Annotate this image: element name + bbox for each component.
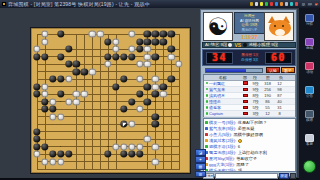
star-point <box>60 146 62 148</box>
white-stone <box>104 60 111 67</box>
black-stone <box>152 120 159 127</box>
black-stone <box>57 53 64 60</box>
black-stone <box>57 90 64 97</box>
vs-label: VS <box>234 42 241 48</box>
right-clock: 60 <box>265 52 292 64</box>
rail-label: 对弈 <box>299 22 320 27</box>
chat-message: 顶 <box>238 168 242 172</box>
tray-icon[interactable] <box>295 2 299 6</box>
observer-cell: 55 <box>262 105 274 110</box>
left-clock: 34 <box>206 52 233 64</box>
left-player-name: AI·绝艺 9段 <box>205 42 227 47</box>
smiley-emoji-icon <box>238 139 242 143</box>
black-stone <box>33 90 40 97</box>
white-stone <box>144 53 151 60</box>
white-stone <box>120 143 127 150</box>
star-point <box>154 101 156 103</box>
online-dot-icon <box>206 100 209 103</box>
black-stone-icon <box>243 43 247 47</box>
go-board[interactable] <box>30 27 191 174</box>
rail-icon[interactable] <box>305 62 314 70</box>
rail-item-商城[interactable]: 商城 <box>299 38 320 51</box>
white-stone <box>96 30 103 37</box>
black-stone <box>65 60 72 67</box>
chat-input-row: 所有▾ 发送 <box>203 173 296 180</box>
observer-cell: 31 <box>274 105 286 110</box>
observer-cell: 256 <box>262 87 274 92</box>
progress-fill <box>206 69 246 72</box>
black-stone <box>144 83 151 90</box>
black-stone <box>120 53 127 60</box>
chat-message: 6 <box>238 144 240 149</box>
chat-username[interactable]: 紫气东来(9段): <box>209 126 236 131</box>
tray-icon[interactable] <box>290 2 294 6</box>
observer-row[interactable]: Captain3段128 <box>204 111 295 117</box>
black-stone <box>104 150 111 157</box>
game-info-box: 对局室AI 邀请对局让先·19路黑贴3¾子 <box>234 12 265 34</box>
observer-name[interactable]: 一剑飘红 <box>209 81 243 86</box>
observer-cell: 3段 <box>250 111 262 116</box>
white-stone <box>152 143 159 150</box>
chat-input[interactable] <box>215 173 278 179</box>
shortcut-rail: 对弈商城活动公告棋谱客服 <box>299 8 320 180</box>
titlebar-tray-icons <box>250 2 299 6</box>
white-stone <box>49 98 56 105</box>
mini-toolbar-button[interactable]: ◪ <box>195 149 206 156</box>
observer-col-header[interactable]: 国 <box>242 75 249 80</box>
board-grid[interactable] <box>37 34 180 170</box>
white-stone <box>57 113 64 120</box>
white-stone <box>152 83 159 90</box>
observer-cell: 9段 <box>250 81 262 86</box>
tray-icon[interactable] <box>250 2 254 6</box>
white-stone <box>144 45 151 52</box>
send-button[interactable]: 发送 <box>279 173 289 179</box>
clock-panel: 34 黑保留 1次 白保留 3次 60 <box>202 49 296 66</box>
white-stone <box>41 83 48 90</box>
tray-icon[interactable] <box>255 2 259 6</box>
tray-icon[interactable] <box>285 2 289 6</box>
black-stone <box>144 30 151 37</box>
white-stone <box>152 158 159 165</box>
country-flag-icon <box>243 88 248 91</box>
chat-message: 黑稳了 <box>236 162 249 167</box>
observer-col-header[interactable]: 负 <box>275 75 288 80</box>
tray-icon[interactable] <box>260 2 264 6</box>
online-dot-icon <box>206 88 209 91</box>
observer-col-header[interactable]: 段 <box>249 75 262 80</box>
white-stone <box>41 30 48 37</box>
black-stone <box>144 38 151 45</box>
white-stone <box>136 75 143 82</box>
chat-user-icon <box>205 133 208 136</box>
rail-label: 公告 <box>299 94 320 99</box>
tray-icon[interactable] <box>275 2 279 6</box>
black-stone <box>33 83 40 90</box>
clock-info-line2: 白保留 3次 <box>235 58 265 63</box>
game-progress-row: 认输 数子 <box>202 67 296 74</box>
tray-icon[interactable] <box>265 2 269 6</box>
observer-name[interactable]: 紫气东来 <box>209 87 243 92</box>
white-stone <box>73 90 80 97</box>
black-stone <box>49 150 56 157</box>
white-stone <box>136 60 143 67</box>
online-dot-icon <box>206 94 209 97</box>
observer-cell: 8段 <box>250 93 262 98</box>
black-stone <box>160 30 167 37</box>
black-stone <box>112 53 119 60</box>
rail-item-公告[interactable]: 公告 <box>299 86 320 99</box>
white-stone <box>128 45 135 52</box>
white-stone <box>57 158 64 165</box>
yinyang-icon: ☯ <box>204 13 232 41</box>
chat-username[interactable]: 小鱼儿(5段): <box>209 132 232 137</box>
observer-cell: 5段 <box>250 105 262 110</box>
black-stone <box>152 30 159 37</box>
resign-button[interactable]: 认输 <box>266 67 280 73</box>
black-stone <box>128 150 135 157</box>
black-stone <box>152 113 159 120</box>
progress-bar[interactable] <box>205 68 263 73</box>
observer-name[interactable]: Captain <box>209 111 243 116</box>
observer-cell: 12 <box>262 111 274 116</box>
black-stone <box>160 38 167 45</box>
chat-user-icon <box>205 139 208 142</box>
black-stone <box>57 75 64 82</box>
white-stone <box>49 113 56 120</box>
observer-name[interactable]: 逍遥客 <box>209 105 243 110</box>
rail-icon[interactable] <box>305 86 314 94</box>
count-button[interactable]: 数子 <box>281 67 295 73</box>
black-stone <box>167 75 174 82</box>
black-stone <box>160 83 167 90</box>
tray-icon[interactable] <box>280 2 284 6</box>
black-stone <box>112 83 119 90</box>
black-stone <box>136 90 143 97</box>
rail-icon[interactable] <box>305 38 314 46</box>
black-stone <box>33 143 40 150</box>
chat-message: 这是AI下的吧 ? <box>238 120 266 125</box>
white-stone <box>112 45 119 52</box>
rail-label: 棋谱 <box>299 118 320 123</box>
country-flag-icon <box>243 112 248 115</box>
white-stone <box>128 143 135 150</box>
observer-name[interactable]: 清风明月 <box>209 93 243 98</box>
black-stone <box>41 143 48 150</box>
rail-icon[interactable] <box>305 110 314 118</box>
rail-icon[interactable] <box>305 14 314 22</box>
chat-line: 棋乐无穷(2段):顶 <box>205 167 294 172</box>
mouse-cursor <box>123 123 127 127</box>
country-flag-icon <box>243 94 248 97</box>
country-flag-icon <box>243 106 248 109</box>
right-player-name: 迷糊小狐狸 9段 <box>248 42 278 47</box>
white-stone <box>128 30 135 37</box>
black-stone <box>33 53 40 60</box>
black-stone <box>136 150 143 157</box>
star-point <box>107 146 109 148</box>
fox-icon <box>265 13 293 40</box>
mini-toolbar-button[interactable]: ✦ <box>195 156 206 163</box>
rail-label: 商城 <box>299 46 320 51</box>
country-flag-icon <box>243 81 248 84</box>
white-stone <box>112 38 119 45</box>
observer-cell: 12 <box>274 81 286 86</box>
black-stone <box>57 30 64 37</box>
country-flag-icon <box>243 100 248 103</box>
black-stone <box>152 38 159 45</box>
observer-cell: 9段 <box>250 87 262 92</box>
black-stone <box>49 75 56 82</box>
observer-cell: 86 <box>262 99 274 104</box>
online-dot-icon <box>206 82 209 85</box>
black-stone <box>152 53 159 60</box>
chat-username[interactable]: 观棋不语(1段): <box>209 144 236 149</box>
black-stone <box>120 105 127 112</box>
maximize-button[interactable]: □ <box>307 2 313 7</box>
minimize-button[interactable]: ─ <box>301 2 307 7</box>
black-stone <box>49 105 56 112</box>
black-stone <box>41 53 48 60</box>
black-stone <box>33 135 40 142</box>
white-stone <box>41 90 48 97</box>
black-stone <box>136 38 143 45</box>
main-time: 1:19:27 <box>234 35 265 40</box>
black-stone <box>73 68 80 75</box>
white-stone <box>73 98 80 105</box>
white-stone <box>65 98 72 105</box>
online-dot-icon <box>206 106 209 109</box>
rail-label: 客服 <box>299 142 320 147</box>
app-logo-icon <box>2 2 6 6</box>
chat-user-icon <box>205 121 208 124</box>
star-point <box>60 101 62 103</box>
white-stone <box>136 143 143 150</box>
white-stone <box>160 90 167 97</box>
black-stone <box>104 53 111 60</box>
mini-toolbar-button[interactable]: ▦ <box>195 163 206 170</box>
white-stone <box>167 53 174 60</box>
observer-cell: 40 <box>274 99 286 104</box>
rail-label: 活动 <box>299 70 320 75</box>
players-name-bar: AI·绝艺 9段 VS 迷糊小狐狸 9段 <box>202 42 296 49</box>
titlebar: 弈城围棋 - [对局室] 第2398号 快棋对局(19路) - 让先 - 观战中… <box>0 0 320 8</box>
observer-col-header[interactable]: 胜 <box>262 75 275 80</box>
white-stone <box>49 158 56 165</box>
black-stone <box>41 105 48 112</box>
white-stone <box>89 30 96 37</box>
online-dot-icon <box>206 112 209 115</box>
white-stone <box>128 120 135 127</box>
chat-username[interactable]: 棋友一号(9段): <box>209 120 236 125</box>
info-line: 黑贴3¾子 <box>235 28 264 33</box>
right-player-avatar <box>264 12 294 41</box>
chat-username[interactable]: 棋乐无穷(2段): <box>209 168 236 172</box>
observer-table: 名称国段胜负 一剑飘红9段31812紫气东来9段25698清风明月8段19087… <box>203 74 296 117</box>
black-stone <box>120 150 127 157</box>
observer-cell: 8 <box>274 111 286 116</box>
star-point <box>107 101 109 103</box>
chat-message: 等AI收官子 <box>236 156 257 161</box>
black-stone <box>57 150 64 157</box>
rail-item-棋谱[interactable]: 棋谱 <box>299 110 320 123</box>
white-stone <box>136 105 143 112</box>
observer-cell: 318 <box>262 81 274 86</box>
chat-username[interactable]: 清风过客(2段): <box>209 138 236 143</box>
white-stone <box>175 60 182 67</box>
desktop-screen: 弈城围棋 - [对局室] 第2398号 快棋对局(19路) - 让先 - 观战中… <box>0 0 320 180</box>
black-stone <box>81 68 88 75</box>
observer-cell: 87 <box>274 93 286 98</box>
black-stone <box>128 98 135 105</box>
game-panel: ☯ 对局室AI 邀请对局让先·19路黑贴3¾子 1:19:27 AI·绝艺 9段… <box>200 9 297 177</box>
mini-toolbar-button[interactable]: ☰ <box>195 171 206 178</box>
white-stone <box>144 135 151 142</box>
observer-name[interactable]: 慢慢走 <box>209 99 243 104</box>
black-stone <box>152 90 159 97</box>
chat-message: 必胜无疑 <box>238 126 255 131</box>
chat-user-icon <box>205 127 208 130</box>
white-stone <box>152 75 159 82</box>
chat-username[interactable]: 星河Sky(9段): <box>209 156 235 161</box>
chat-area[interactable]: 棋友一号(9段):这是AI下的吧 ?紫气东来(9段):必胜无疑小鱼儿(5段):黑… <box>203 118 296 172</box>
black-stone <box>104 38 111 45</box>
black-stone <box>144 98 151 105</box>
white-stone <box>81 90 88 97</box>
white-stone <box>112 143 119 150</box>
rail-icon[interactable] <box>305 134 314 142</box>
white-stone <box>65 75 72 82</box>
emoticon-button[interactable] <box>290 173 296 179</box>
black-stone <box>120 75 127 82</box>
rail-item-客服[interactable]: 客服 <box>299 134 320 147</box>
observer-cell: 190 <box>262 93 274 98</box>
chat-username[interactable]: 飘雪无痕(4段): <box>209 150 236 155</box>
white-stone <box>33 45 40 52</box>
white-stone <box>144 60 151 67</box>
observer-cell: 98 <box>274 87 286 92</box>
white-stone <box>41 38 48 45</box>
close-button[interactable]: × <box>314 2 320 7</box>
rail-item-活动[interactable]: 活动 <box>299 62 320 75</box>
observer-col-header[interactable]: 名称 <box>204 75 242 80</box>
black-stone <box>167 45 174 52</box>
left-player-avatar: ☯ <box>203 12 233 41</box>
black-stone <box>65 150 72 157</box>
rail-item-对弈[interactable]: 对弈 <box>299 14 320 27</box>
white-stone-icon <box>228 43 232 47</box>
black-stone <box>128 53 135 60</box>
white-stone <box>89 68 96 75</box>
chat-username[interactable]: ggg大龙(1段): <box>209 162 235 167</box>
chat-user-icon <box>205 145 208 148</box>
black-stone <box>73 60 80 67</box>
tray-icon[interactable] <box>270 2 274 6</box>
black-stone <box>136 45 143 52</box>
black-stone <box>33 128 40 135</box>
green-logo-icon[interactable] <box>303 160 316 173</box>
chat-message: 黑棋中腹好厚啊 <box>234 132 263 137</box>
black-stone <box>41 98 48 105</box>
black-stone <box>167 30 174 37</box>
white-stone <box>33 150 40 157</box>
window-title: 弈城围棋 - [对局室] 第2398号 快棋对局(19路) - 让先 - 观战中 <box>8 1 150 7</box>
black-stone <box>65 45 72 52</box>
chat-message: 上边打劫白不利 <box>238 150 267 155</box>
mini-toolbar: ◪✦▦☰ <box>195 149 206 178</box>
observer-cell: 7段 <box>250 99 262 104</box>
white-stone <box>41 158 48 165</box>
